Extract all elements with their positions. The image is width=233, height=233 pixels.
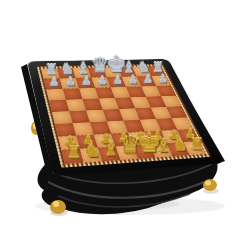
piece-gold-knight: ♞	[171, 137, 189, 154]
board-top: ♜♞♝♛♚♝♞♜♟♟♟♟♟♟♟♟♟♟♟♟♟♟♟♟♜♞♝♛♚♝♞♜	[27, 59, 223, 176]
square-a5	[49, 100, 69, 112]
piece-silver-pawn: ♟	[62, 76, 79, 88]
square-d5	[99, 98, 119, 110]
chessboard: ♜♞♝♛♚♝♞♜♟♟♟♟♟♟♟♟♟♟♟♟♟♟♟♟♜♞♝♛♚♝♞♜	[41, 66, 206, 164]
piece-silver-pawn: ♟	[46, 76, 63, 88]
piece-silver-pawn: ♟	[125, 74, 141, 85]
piece-gold-rook: ♜	[188, 137, 206, 153]
gold-foot-right-highlight	[205, 181, 211, 186]
piece-silver-pawn: ♟	[110, 74, 126, 85]
square-h4	[166, 106, 187, 118]
piece-gold-knight: ♞	[83, 142, 102, 160]
mosaic-border: ♜♞♝♛♚♝♞♜♟♟♟♟♟♟♟♟♟♟♟♟♟♟♟♟♜♞♝♛♚♝♞♜	[37, 64, 211, 168]
product-photo: ♜♞♝♛♚♝♞♜♟♟♟♟♟♟♟♟♟♟♟♟♟♟♟♟♜♞♝♛♚♝♞♜	[0, 0, 233, 233]
piece-silver-pawn: ♟	[94, 75, 110, 87]
square-d6	[95, 87, 115, 98]
gold-foot-front-highlight	[53, 201, 59, 207]
piece-silver-pawn: ♟	[78, 75, 94, 87]
board-scene: ♜♞♝♛♚♝♞♜♟♟♟♟♟♟♟♟♟♟♟♟♟♟♟♟♜♞♝♛♚♝♞♜	[38, 28, 200, 190]
square-b7: ♟	[60, 78, 79, 89]
square-b5	[66, 99, 86, 111]
square-a1: ♜	[62, 149, 84, 164]
square-a7: ♟	[44, 78, 63, 89]
piece-gold-rook: ♜	[64, 145, 83, 162]
square-c5	[82, 99, 102, 111]
piece-silver-pawn: ♟	[140, 74, 156, 85]
piece-silver-pawn: ♟	[155, 73, 171, 84]
piece-gold-queen: ♛	[119, 134, 138, 158]
gold-foot-right	[203, 179, 217, 191]
piece-gold-bishop: ♝	[101, 140, 120, 159]
